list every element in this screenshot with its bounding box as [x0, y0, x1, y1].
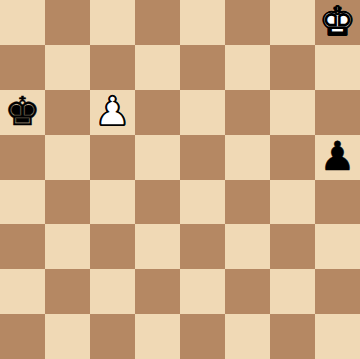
square-d7[interactable]	[135, 45, 180, 90]
chess-board: ♚♚♟♟	[0, 0, 360, 359]
square-d8[interactable]	[135, 0, 180, 45]
square-e6[interactable]	[180, 90, 225, 135]
square-g3[interactable]	[270, 224, 315, 269]
square-f4[interactable]	[225, 180, 270, 225]
square-a8[interactable]	[0, 0, 45, 45]
square-f6[interactable]	[225, 90, 270, 135]
square-a7[interactable]	[0, 45, 45, 90]
square-f5[interactable]	[225, 135, 270, 180]
square-d1[interactable]	[135, 314, 180, 359]
square-c8[interactable]	[90, 0, 135, 45]
square-e5[interactable]	[180, 135, 225, 180]
square-g1[interactable]	[270, 314, 315, 359]
square-b6[interactable]	[45, 90, 90, 135]
square-c5[interactable]	[90, 135, 135, 180]
square-b8[interactable]	[45, 0, 90, 45]
square-h3[interactable]	[315, 224, 360, 269]
square-h2[interactable]	[315, 269, 360, 314]
square-g2[interactable]	[270, 269, 315, 314]
square-c2[interactable]	[90, 269, 135, 314]
white-pawn[interactable]: ♟	[95, 91, 131, 131]
square-c6[interactable]: ♟	[90, 90, 135, 135]
square-d5[interactable]	[135, 135, 180, 180]
square-a6[interactable]: ♚	[0, 90, 45, 135]
square-a1[interactable]	[0, 314, 45, 359]
square-c4[interactable]	[90, 180, 135, 225]
square-e4[interactable]	[180, 180, 225, 225]
square-b2[interactable]	[45, 269, 90, 314]
white-king[interactable]: ♚	[320, 1, 356, 41]
square-h7[interactable]	[315, 45, 360, 90]
square-e8[interactable]	[180, 0, 225, 45]
square-d2[interactable]	[135, 269, 180, 314]
square-f1[interactable]	[225, 314, 270, 359]
square-b7[interactable]	[45, 45, 90, 90]
square-a5[interactable]	[0, 135, 45, 180]
square-f7[interactable]	[225, 45, 270, 90]
square-e7[interactable]	[180, 45, 225, 90]
black-king[interactable]: ♚	[5, 91, 41, 131]
square-g5[interactable]	[270, 135, 315, 180]
square-a4[interactable]	[0, 180, 45, 225]
square-d4[interactable]	[135, 180, 180, 225]
square-h4[interactable]	[315, 180, 360, 225]
black-pawn[interactable]: ♟	[320, 136, 356, 176]
square-e2[interactable]	[180, 269, 225, 314]
square-g8[interactable]	[270, 0, 315, 45]
square-b5[interactable]	[45, 135, 90, 180]
square-f8[interactable]	[225, 0, 270, 45]
square-g4[interactable]	[270, 180, 315, 225]
square-a2[interactable]	[0, 269, 45, 314]
square-f3[interactable]	[225, 224, 270, 269]
square-a3[interactable]	[0, 224, 45, 269]
square-h5[interactable]: ♟	[315, 135, 360, 180]
square-b4[interactable]	[45, 180, 90, 225]
square-h8[interactable]: ♚	[315, 0, 360, 45]
square-g6[interactable]	[270, 90, 315, 135]
square-h1[interactable]	[315, 314, 360, 359]
square-d6[interactable]	[135, 90, 180, 135]
square-f2[interactable]	[225, 269, 270, 314]
square-c7[interactable]	[90, 45, 135, 90]
square-e1[interactable]	[180, 314, 225, 359]
square-d3[interactable]	[135, 224, 180, 269]
square-b1[interactable]	[45, 314, 90, 359]
square-e3[interactable]	[180, 224, 225, 269]
square-c1[interactable]	[90, 314, 135, 359]
square-c3[interactable]	[90, 224, 135, 269]
square-b3[interactable]	[45, 224, 90, 269]
square-g7[interactable]	[270, 45, 315, 90]
square-h6[interactable]	[315, 90, 360, 135]
